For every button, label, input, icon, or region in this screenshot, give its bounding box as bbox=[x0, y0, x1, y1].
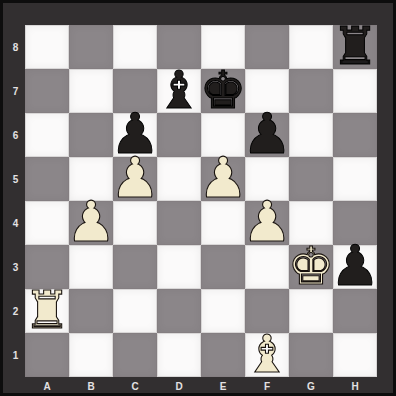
file-label-c: C bbox=[113, 377, 157, 396]
file-label-g: G bbox=[289, 377, 333, 396]
rank-label-8: 8 bbox=[6, 25, 25, 69]
square-h8[interactable]: ♜ bbox=[333, 25, 377, 69]
rank-label-6: 6 bbox=[6, 113, 25, 157]
square-f8[interactable] bbox=[245, 25, 289, 69]
white-bishop-f1[interactable]: ♝ bbox=[244, 332, 291, 376]
square-d2[interactable] bbox=[157, 289, 201, 333]
file-label-a: A bbox=[25, 377, 69, 396]
square-e3[interactable] bbox=[201, 245, 245, 289]
square-g5[interactable] bbox=[289, 157, 333, 201]
square-a7[interactable] bbox=[25, 69, 69, 113]
file-labels: ABCDEFGH bbox=[25, 377, 377, 396]
black-king-e7[interactable]: ♚ bbox=[200, 68, 247, 112]
square-e2[interactable] bbox=[201, 289, 245, 333]
black-bishop-d7[interactable]: ♝ bbox=[156, 68, 203, 112]
square-h3[interactable]: ♟ bbox=[333, 245, 377, 289]
square-a2[interactable]: ♜ bbox=[25, 289, 69, 333]
square-e7[interactable]: ♚ bbox=[201, 69, 245, 113]
rank-labels: 87654321 bbox=[6, 25, 25, 377]
square-e1[interactable] bbox=[201, 333, 245, 377]
square-c8[interactable] bbox=[113, 25, 157, 69]
square-d1[interactable] bbox=[157, 333, 201, 377]
white-pawn-c5[interactable]: ♟ bbox=[110, 156, 160, 200]
white-pawn-f4[interactable]: ♟ bbox=[242, 200, 292, 244]
square-d4[interactable] bbox=[157, 201, 201, 245]
square-b6[interactable] bbox=[69, 113, 113, 157]
rank-label-3: 3 bbox=[6, 245, 25, 289]
file-label-d: D bbox=[157, 377, 201, 396]
black-pawn-f6[interactable]: ♟ bbox=[242, 112, 292, 156]
square-g7[interactable] bbox=[289, 69, 333, 113]
white-pawn-e5[interactable]: ♟ bbox=[198, 156, 248, 200]
square-h5[interactable] bbox=[333, 157, 377, 201]
square-f1[interactable]: ♝ bbox=[245, 333, 289, 377]
black-rook-h8[interactable]: ♜ bbox=[332, 24, 379, 68]
file-label-b: B bbox=[69, 377, 113, 396]
rank-label-1: 1 bbox=[6, 333, 25, 377]
square-c1[interactable] bbox=[113, 333, 157, 377]
square-d5[interactable] bbox=[157, 157, 201, 201]
square-f6[interactable]: ♟ bbox=[245, 113, 289, 157]
square-g1[interactable] bbox=[289, 333, 333, 377]
rank-label-7: 7 bbox=[6, 69, 25, 113]
square-b8[interactable] bbox=[69, 25, 113, 69]
square-d7[interactable]: ♝ bbox=[157, 69, 201, 113]
board: ♜♝♚♟♟♟♟♟♟♚♟♜♝ bbox=[25, 25, 377, 377]
white-rook-a2[interactable]: ♜ bbox=[24, 288, 71, 332]
square-c5[interactable]: ♟ bbox=[113, 157, 157, 201]
rank-label-5: 5 bbox=[6, 157, 25, 201]
square-b4[interactable]: ♟ bbox=[69, 201, 113, 245]
square-d3[interactable] bbox=[157, 245, 201, 289]
rank-label-2: 2 bbox=[6, 289, 25, 333]
square-a4[interactable] bbox=[25, 201, 69, 245]
board-frame: 87654321 ABCDEFGH ♜♝♚♟♟♟♟♟♟♚♟♜♝ bbox=[3, 3, 393, 393]
square-a5[interactable] bbox=[25, 157, 69, 201]
chess-diagram: 87654321 ABCDEFGH ♜♝♚♟♟♟♟♟♟♚♟♜♝ bbox=[0, 0, 396, 396]
file-label-e: E bbox=[201, 377, 245, 396]
square-h6[interactable] bbox=[333, 113, 377, 157]
file-label-h: H bbox=[333, 377, 377, 396]
square-h1[interactable] bbox=[333, 333, 377, 377]
square-e5[interactable]: ♟ bbox=[201, 157, 245, 201]
square-b1[interactable] bbox=[69, 333, 113, 377]
square-a8[interactable] bbox=[25, 25, 69, 69]
square-a6[interactable] bbox=[25, 113, 69, 157]
square-g6[interactable] bbox=[289, 113, 333, 157]
white-king-g3[interactable]: ♚ bbox=[288, 244, 335, 288]
square-g8[interactable] bbox=[289, 25, 333, 69]
square-b7[interactable] bbox=[69, 69, 113, 113]
square-c2[interactable] bbox=[113, 289, 157, 333]
square-g3[interactable]: ♚ bbox=[289, 245, 333, 289]
white-pawn-b4[interactable]: ♟ bbox=[66, 200, 116, 244]
black-pawn-h3[interactable]: ♟ bbox=[330, 244, 380, 288]
square-f4[interactable]: ♟ bbox=[245, 201, 289, 245]
square-b2[interactable] bbox=[69, 289, 113, 333]
rank-label-4: 4 bbox=[6, 201, 25, 245]
square-c3[interactable] bbox=[113, 245, 157, 289]
